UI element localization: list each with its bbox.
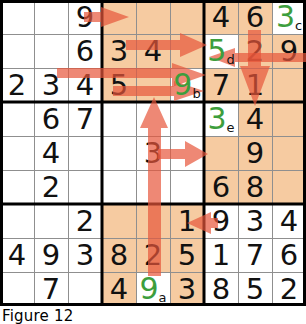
given-digit: 2 (280, 275, 298, 304)
cell-r8c2: 9 (34, 238, 68, 272)
given-digit: 4 (144, 37, 162, 66)
cell-r8c4: 8 (102, 238, 136, 272)
cell-r2c5: 4 (136, 34, 170, 68)
given-digit: 4 (280, 207, 298, 236)
given-digit: 3 (246, 207, 264, 236)
cell-r1c6 (170, 0, 204, 34)
cell-r2c6 (170, 34, 204, 68)
cell-r7c4 (102, 204, 136, 238)
cell-r6c1 (0, 170, 34, 204)
cell-r8c6: 5 (170, 238, 204, 272)
cell-r3c8: 1 (238, 68, 272, 102)
figure-caption: Figure 12 (0, 306, 306, 324)
given-digit: 6 (246, 3, 264, 32)
given-digit: 5 (246, 275, 264, 304)
cell-r3c2: 3 (34, 68, 68, 102)
given-digit: 4 (8, 241, 26, 270)
given-digit: 2 (144, 241, 162, 270)
cell-r9c7: 8 (204, 272, 238, 306)
cell-r4c2: 6 (34, 102, 68, 136)
given-digit: 1 (212, 241, 230, 270)
given-digit: 9 (246, 139, 264, 168)
cell-r2c3: 6 (68, 34, 102, 68)
cell-r9c2: 7 (34, 272, 68, 306)
annotation-cell: 3c (276, 2, 302, 32)
cell-r5c5: 3 (136, 136, 170, 170)
given-digit: 6 (42, 105, 60, 134)
annotation-digit: 5 (207, 36, 226, 66)
annotation-digit: 3 (276, 2, 295, 32)
cell-r2c8: 2 (238, 34, 272, 68)
annotation-cell: 3e (207, 104, 234, 134)
cell-r4c5 (136, 102, 170, 136)
sudoku-board-grid: 9463c6345d2923459b71673e4439268219344938… (0, 0, 306, 306)
given-digit: 2 (42, 173, 60, 202)
given-digit: 6 (280, 241, 298, 270)
cell-r1c7: 4 (204, 0, 238, 34)
given-digit: 3 (144, 139, 162, 168)
cell-r9c3 (68, 272, 102, 306)
given-digit: 4 (246, 105, 264, 134)
given-digit: 8 (212, 275, 230, 304)
given-digit: 2 (8, 71, 26, 100)
cell-r4c4 (102, 102, 136, 136)
given-digit: 7 (76, 105, 94, 134)
cell-r5c6 (170, 136, 204, 170)
cell-r2c2 (34, 34, 68, 68)
cell-r2c4: 3 (102, 34, 136, 68)
cell-r7c7: 9 (204, 204, 238, 238)
cell-r6c4 (102, 170, 136, 204)
given-digit: 6 (212, 173, 230, 202)
cell-r5c4 (102, 136, 136, 170)
cell-r8c3: 3 (68, 238, 102, 272)
cell-r7c8: 3 (238, 204, 272, 238)
cell-r9c9: 2 (272, 272, 306, 306)
given-digit: 4 (212, 3, 230, 32)
cell-r6c5 (136, 170, 170, 204)
cell-r5c9 (272, 136, 306, 170)
cell-r3c5 (136, 68, 170, 102)
given-digit: 3 (178, 275, 196, 304)
given-digit: 3 (76, 241, 94, 270)
cell-r8c9: 6 (272, 238, 306, 272)
given-digit: 5 (110, 71, 128, 100)
cell-r7c2 (34, 204, 68, 238)
cell-r7c6: 1 (170, 204, 204, 238)
given-digit: 1 (178, 207, 196, 236)
cell-r8c1: 4 (0, 238, 34, 272)
given-digit: 2 (246, 37, 264, 66)
annotation-cell: 9a (139, 274, 166, 304)
cell-r1c8: 6 (238, 0, 272, 34)
cell-r3c7: 7 (204, 68, 238, 102)
cell-r2c9: 9 (272, 34, 306, 68)
annotation-digit: 9 (173, 70, 192, 100)
cell-r9c4: 4 (102, 272, 136, 306)
given-digit: 2 (76, 207, 94, 236)
cell-r9c5: 9a (136, 272, 170, 306)
annotation-cell: 9b (173, 70, 200, 100)
cell-r5c8: 9 (238, 136, 272, 170)
given-digit: 6 (76, 37, 94, 66)
annotation-label: a (159, 291, 167, 304)
given-digit: 8 (110, 241, 128, 270)
given-digit: 4 (42, 139, 60, 168)
cell-r6c3 (68, 170, 102, 204)
cell-r4c6 (170, 102, 204, 136)
cell-r5c1 (0, 136, 34, 170)
given-digit: 3 (110, 37, 128, 66)
annotation-label: d (226, 53, 234, 66)
given-digit: 9 (212, 207, 230, 236)
cell-r1c3: 9 (68, 0, 102, 34)
given-digit: 7 (212, 71, 230, 100)
cell-r5c2: 4 (34, 136, 68, 170)
cell-r3c3: 4 (68, 68, 102, 102)
cell-r6c9 (272, 170, 306, 204)
annotation-label: e (227, 121, 235, 134)
cell-r5c3 (68, 136, 102, 170)
cell-r6c6 (170, 170, 204, 204)
given-digit: 9 (280, 37, 298, 66)
cell-r4c8: 4 (238, 102, 272, 136)
cell-r8c5: 2 (136, 238, 170, 272)
given-digit: 4 (76, 71, 94, 100)
cell-r1c4 (102, 0, 136, 34)
annotation-digit: 3 (207, 104, 226, 134)
cell-r9c1 (0, 272, 34, 306)
cell-r7c5 (136, 204, 170, 238)
cell-r6c8: 8 (238, 170, 272, 204)
cell-r7c9: 4 (272, 204, 306, 238)
cell-r6c7: 6 (204, 170, 238, 204)
cell-r4c3: 7 (68, 102, 102, 136)
annotation-digit: 9 (139, 274, 158, 304)
cell-r3c6: 9b (170, 68, 204, 102)
given-digit: 9 (76, 3, 94, 32)
cell-r1c1 (0, 0, 34, 34)
cell-r1c9: 3c (272, 0, 306, 34)
cell-r4c7: 3e (204, 102, 238, 136)
given-digit: 4 (110, 275, 128, 304)
cell-r3c9 (272, 68, 306, 102)
given-digit: 5 (178, 241, 196, 270)
cell-r3c4: 5 (102, 68, 136, 102)
given-digit: 8 (246, 173, 264, 202)
given-digit: 7 (42, 275, 60, 304)
cell-r4c9 (272, 102, 306, 136)
given-digit: 7 (246, 241, 264, 270)
cell-r9c8: 5 (238, 272, 272, 306)
given-digit: 3 (42, 71, 60, 100)
given-digit: 9 (42, 241, 60, 270)
cell-r2c1 (0, 34, 34, 68)
given-digit: 1 (246, 71, 264, 100)
cell-r9c6: 3 (170, 272, 204, 306)
sudoku-board: 9463c6345d2923459b71673e4439268219344938… (0, 0, 306, 306)
annotation-cell: 5d (207, 36, 234, 66)
cell-r6c2: 2 (34, 170, 68, 204)
cell-r7c3: 2 (68, 204, 102, 238)
cell-r7c1 (0, 204, 34, 238)
annotation-label: b (192, 87, 200, 100)
cell-r4c1 (0, 102, 34, 136)
cell-r8c8: 7 (238, 238, 272, 272)
cell-r5c7 (204, 136, 238, 170)
cell-r8c7: 1 (204, 238, 238, 272)
cell-r2c7: 5d (204, 34, 238, 68)
cell-r1c2 (34, 0, 68, 34)
annotation-label: c (295, 19, 302, 32)
cell-r3c1: 2 (0, 68, 34, 102)
cell-r1c5 (136, 0, 170, 34)
